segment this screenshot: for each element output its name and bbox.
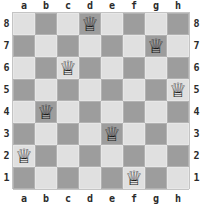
square-a5[interactable] — [13, 79, 35, 101]
chess-diagram: abcdefgh 87654321 ♕♕♕♕♕♕♕♕ 87654321 abcd… — [0, 0, 204, 208]
square-e3[interactable]: ♕ — [101, 123, 123, 145]
rank-label-3: 3 — [189, 123, 204, 145]
rank-label-8: 8 — [0, 13, 13, 35]
square-c4[interactable] — [57, 101, 79, 123]
rank-label-3: 3 — [0, 123, 13, 145]
file-label-g: g — [145, 189, 167, 208]
white-queen-d8: ♕ — [81, 13, 99, 35]
file-label-b: b — [35, 189, 57, 208]
white-queen-b4: ♕ — [37, 101, 55, 123]
square-e2[interactable] — [101, 145, 123, 167]
rank-label-6: 6 — [189, 57, 204, 79]
square-f8[interactable] — [123, 13, 145, 35]
file-label-a: a — [13, 189, 35, 208]
square-e6[interactable] — [101, 57, 123, 79]
rank-label-1: 1 — [0, 167, 13, 189]
square-b3[interactable] — [35, 123, 57, 145]
square-a4[interactable] — [13, 101, 35, 123]
square-e7[interactable] — [101, 35, 123, 57]
square-d4[interactable] — [79, 101, 101, 123]
square-f5[interactable] — [123, 79, 145, 101]
file-labels-top: abcdefgh — [13, 0, 189, 13]
file-label-f: f — [123, 0, 145, 13]
square-f6[interactable] — [123, 57, 145, 79]
square-c8[interactable] — [57, 13, 79, 35]
file-label-h: h — [167, 189, 189, 208]
square-f1[interactable]: ♕ — [123, 167, 145, 189]
rank-labels-right: 87654321 — [189, 13, 204, 189]
square-g6[interactable] — [145, 57, 167, 79]
square-a6[interactable] — [13, 57, 35, 79]
square-b8[interactable] — [35, 13, 57, 35]
rank-label-4: 4 — [189, 101, 204, 123]
white-queen-h5: ♕ — [169, 79, 187, 101]
corner-bottom-left — [0, 189, 13, 208]
square-d8[interactable]: ♕ — [79, 13, 101, 35]
square-a1[interactable] — [13, 167, 35, 189]
square-g2[interactable] — [145, 145, 167, 167]
board: ♕♕♕♕♕♕♕♕ — [13, 13, 189, 189]
square-b5[interactable] — [35, 79, 57, 101]
square-d3[interactable] — [79, 123, 101, 145]
square-b1[interactable] — [35, 167, 57, 189]
square-d5[interactable] — [79, 79, 101, 101]
square-b4[interactable]: ♕ — [35, 101, 57, 123]
file-label-h: h — [167, 0, 189, 13]
square-d1[interactable] — [79, 167, 101, 189]
file-label-e: e — [101, 0, 123, 13]
square-c1[interactable] — [57, 167, 79, 189]
white-queen-e3: ♕ — [103, 123, 121, 145]
square-f3[interactable] — [123, 123, 145, 145]
file-label-a: a — [13, 0, 35, 13]
square-c5[interactable] — [57, 79, 79, 101]
rank-label-1: 1 — [189, 167, 204, 189]
square-e1[interactable] — [101, 167, 123, 189]
square-b7[interactable] — [35, 35, 57, 57]
square-a3[interactable] — [13, 123, 35, 145]
white-queen-g7: ♕ — [147, 35, 165, 57]
square-e4[interactable] — [101, 101, 123, 123]
square-g7[interactable]: ♕ — [145, 35, 167, 57]
white-queen-c6: ♕ — [59, 57, 77, 79]
square-d7[interactable] — [79, 35, 101, 57]
rank-label-8: 8 — [189, 13, 204, 35]
square-a7[interactable] — [13, 35, 35, 57]
square-h6[interactable] — [167, 57, 189, 79]
square-h3[interactable] — [167, 123, 189, 145]
square-b6[interactable] — [35, 57, 57, 79]
square-f2[interactable] — [123, 145, 145, 167]
rank-label-7: 7 — [189, 35, 204, 57]
square-c6[interactable]: ♕ — [57, 57, 79, 79]
corner-top-left — [0, 0, 13, 13]
square-g5[interactable] — [145, 79, 167, 101]
square-e8[interactable] — [101, 13, 123, 35]
square-g4[interactable] — [145, 101, 167, 123]
square-a2[interactable]: ♕ — [13, 145, 35, 167]
white-queen-f1: ♕ — [125, 167, 143, 189]
square-c3[interactable] — [57, 123, 79, 145]
square-h5[interactable]: ♕ — [167, 79, 189, 101]
square-g1[interactable] — [145, 167, 167, 189]
square-d6[interactable] — [79, 57, 101, 79]
square-b2[interactable] — [35, 145, 57, 167]
square-g8[interactable] — [145, 13, 167, 35]
square-h8[interactable] — [167, 13, 189, 35]
rank-label-2: 2 — [189, 145, 204, 167]
rank-label-7: 7 — [0, 35, 13, 57]
file-label-c: c — [57, 0, 79, 13]
rank-label-2: 2 — [0, 145, 13, 167]
rank-label-4: 4 — [0, 101, 13, 123]
square-f7[interactable] — [123, 35, 145, 57]
file-label-e: e — [101, 189, 123, 208]
file-labels-bottom: abcdefgh — [13, 189, 189, 208]
square-h2[interactable] — [167, 145, 189, 167]
rank-labels-left: 87654321 — [0, 13, 13, 189]
rank-label-5: 5 — [0, 79, 13, 101]
square-c2[interactable] — [57, 145, 79, 167]
file-label-d: d — [79, 189, 101, 208]
square-h4[interactable] — [167, 101, 189, 123]
square-c7[interactable] — [57, 35, 79, 57]
corner-top-right — [189, 0, 204, 13]
file-label-f: f — [123, 189, 145, 208]
file-label-g: g — [145, 0, 167, 13]
square-g3[interactable] — [145, 123, 167, 145]
rank-label-5: 5 — [189, 79, 204, 101]
square-h1[interactable] — [167, 167, 189, 189]
square-h7[interactable] — [167, 35, 189, 57]
corner-bottom-right — [189, 189, 204, 208]
square-f4[interactable] — [123, 101, 145, 123]
file-label-b: b — [35, 0, 57, 13]
white-queen-a2: ♕ — [15, 145, 33, 167]
square-a8[interactable] — [13, 13, 35, 35]
square-d2[interactable] — [79, 145, 101, 167]
rank-label-6: 6 — [0, 57, 13, 79]
file-label-c: c — [57, 189, 79, 208]
square-e5[interactable] — [101, 79, 123, 101]
